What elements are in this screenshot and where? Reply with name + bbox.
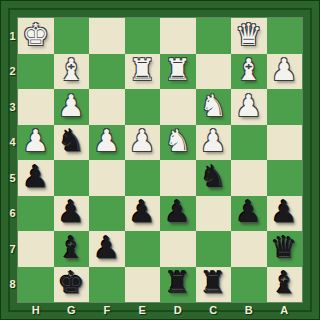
square-d6[interactable]: ♟ [160,196,196,232]
file-label-b: B [231,303,267,316]
square-a4[interactable] [267,125,303,161]
square-g4[interactable]: ♞ [54,125,90,161]
file-label-f: F [89,303,125,316]
piece-white-pawn[interactable]: ♟ [58,91,85,121]
square-a7[interactable]: ♛ [267,231,303,267]
square-h1[interactable]: ♚ [18,18,54,54]
square-f3[interactable] [89,89,125,125]
piece-black-knight[interactable]: ♞ [58,126,85,156]
square-c4[interactable]: ♟ [196,125,232,161]
square-c7[interactable] [196,231,232,267]
piece-black-pawn[interactable]: ♟ [129,197,156,227]
piece-black-knight[interactable]: ♞ [200,162,227,192]
piece-white-pawn[interactable]: ♟ [129,126,156,156]
square-f2[interactable] [89,54,125,90]
square-h4[interactable]: ♟ [18,125,54,161]
square-a6[interactable]: ♟ [267,196,303,232]
square-f6[interactable] [89,196,125,232]
square-e8[interactable] [125,267,161,303]
piece-black-king[interactable]: ♚ [58,268,85,298]
square-a1[interactable] [267,18,303,54]
square-d2[interactable]: ♜ [160,54,196,90]
piece-black-bishop[interactable]: ♝ [58,233,85,263]
square-f1[interactable] [89,18,125,54]
piece-black-pawn[interactable]: ♟ [235,197,262,227]
square-h2[interactable] [18,54,54,90]
square-e2[interactable]: ♜ [125,54,161,90]
piece-white-pawn[interactable]: ♟ [93,126,120,156]
square-h7[interactable] [18,231,54,267]
piece-black-rook[interactable]: ♜ [164,268,191,298]
piece-white-knight[interactable]: ♞ [200,91,227,121]
piece-white-queen[interactable]: ♛ [235,20,262,50]
square-a3[interactable] [267,89,303,125]
piece-white-rook[interactable]: ♜ [129,55,156,85]
square-g8[interactable]: ♚ [54,267,90,303]
piece-black-rook[interactable]: ♜ [200,268,227,298]
square-b2[interactable]: ♝ [231,54,267,90]
square-d4[interactable]: ♞ [160,125,196,161]
file-label-e: E [125,303,161,316]
piece-white-bishop[interactable]: ♝ [235,55,262,85]
square-d8[interactable]: ♜ [160,267,196,303]
square-a8[interactable]: ♝ [267,267,303,303]
square-e5[interactable] [125,160,161,196]
square-c2[interactable] [196,54,232,90]
square-f8[interactable] [89,267,125,303]
square-d7[interactable] [160,231,196,267]
piece-black-pawn[interactable]: ♟ [271,197,298,227]
square-h6[interactable] [18,196,54,232]
piece-black-bishop[interactable]: ♝ [271,268,298,298]
piece-white-bishop[interactable]: ♝ [58,55,85,85]
square-g7[interactable]: ♝ [54,231,90,267]
piece-black-pawn[interactable]: ♟ [164,197,191,227]
piece-white-pawn[interactable]: ♟ [22,126,49,156]
square-b1[interactable]: ♛ [231,18,267,54]
file-label-a: A [267,303,303,316]
square-c6[interactable] [196,196,232,232]
square-g6[interactable]: ♟ [54,196,90,232]
square-b8[interactable] [231,267,267,303]
piece-white-pawn[interactable]: ♟ [235,91,262,121]
square-b7[interactable] [231,231,267,267]
square-e6[interactable]: ♟ [125,196,161,232]
piece-white-pawn[interactable]: ♟ [271,55,298,85]
square-f7[interactable]: ♟ [89,231,125,267]
square-c1[interactable] [196,18,232,54]
square-g3[interactable]: ♟ [54,89,90,125]
piece-black-queen[interactable]: ♛ [271,233,298,263]
square-b5[interactable] [231,160,267,196]
square-f4[interactable]: ♟ [89,125,125,161]
square-b6[interactable]: ♟ [231,196,267,232]
square-b4[interactable] [231,125,267,161]
file-labels: HGFEDCBA [18,303,302,316]
piece-black-pawn[interactable]: ♟ [22,162,49,192]
square-d5[interactable] [160,160,196,196]
square-e4[interactable]: ♟ [125,125,161,161]
square-f5[interactable] [89,160,125,196]
file-label-c: C [196,303,232,316]
square-e1[interactable] [125,18,161,54]
square-d3[interactable] [160,89,196,125]
square-h8[interactable] [18,267,54,303]
square-d1[interactable] [160,18,196,54]
piece-white-king[interactable]: ♚ [22,20,49,50]
piece-white-pawn[interactable]: ♟ [200,126,227,156]
piece-black-pawn[interactable]: ♟ [58,197,85,227]
square-e7[interactable] [125,231,161,267]
square-c3[interactable]: ♞ [196,89,232,125]
square-g5[interactable] [54,160,90,196]
square-c8[interactable]: ♜ [196,267,232,303]
piece-white-rook[interactable]: ♜ [164,55,191,85]
square-c5[interactable]: ♞ [196,160,232,196]
piece-white-knight[interactable]: ♞ [164,126,191,156]
file-label-h: H [18,303,54,316]
square-h5[interactable]: ♟ [18,160,54,196]
file-label-d: D [160,303,196,316]
file-label-g: G [54,303,90,316]
piece-black-pawn[interactable]: ♟ [93,233,120,263]
square-a5[interactable] [267,160,303,196]
square-g1[interactable] [54,18,90,54]
board-frame: 12345678 HGFEDCBA ♚♛♝♜♜♝♟♟♞♟♟♞♟♟♞♟♟♞♟♟♟♟… [0,0,320,320]
chess-board: ♚♛♝♜♜♝♟♟♞♟♟♞♟♟♞♟♟♞♟♟♟♟♟♝♟♛♚♜♜♝ [18,18,302,302]
square-a2[interactable]: ♟ [267,54,303,90]
square-h3[interactable] [18,89,54,125]
square-b3[interactable]: ♟ [231,89,267,125]
square-g2[interactable]: ♝ [54,54,90,90]
square-e3[interactable] [125,89,161,125]
